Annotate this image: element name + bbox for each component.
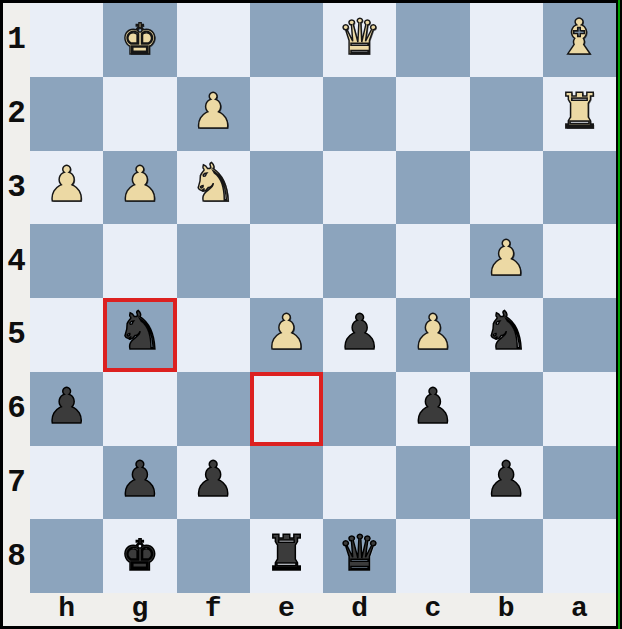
square-g2[interactable] (103, 77, 176, 151)
square-c2[interactable] (396, 77, 469, 151)
square-a4[interactable] (543, 224, 616, 298)
file-label-h: h (30, 593, 103, 626)
square-c7[interactable] (396, 446, 469, 520)
rank-label-3: 3 (3, 151, 30, 225)
square-h4[interactable] (30, 224, 103, 298)
square-b1[interactable] (470, 3, 543, 77)
rank-label-1: 1 (3, 3, 30, 77)
file-label-b: b (470, 593, 543, 626)
white-pawn-piece: ♟ (122, 155, 158, 215)
square-a5[interactable] (543, 298, 616, 372)
white-pawn-piece: ♟ (488, 229, 524, 289)
square-a3[interactable] (543, 151, 616, 225)
square-h3[interactable]: ♟ (30, 151, 103, 225)
black-king-piece: ♚ (122, 524, 158, 584)
square-f8[interactable] (177, 519, 250, 593)
square-e7[interactable] (250, 446, 323, 520)
square-h5[interactable] (30, 298, 103, 372)
chess-board: 1♚♛♝2♟♜3♟♟♞4♟5♞♟♟♟♞6♟♟7♟♟♟8♚♜♛hgfedcba (3, 3, 616, 626)
file-label-e: e (250, 593, 323, 626)
square-e8[interactable]: ♜ (250, 519, 323, 593)
square-h2[interactable] (30, 77, 103, 151)
rank-label-2: 2 (3, 77, 30, 151)
file-label-d: d (323, 593, 396, 626)
black-knight-piece: ♞ (488, 303, 524, 363)
square-b2[interactable] (470, 77, 543, 151)
square-g6[interactable] (103, 372, 176, 446)
rank-label-7: 7 (3, 446, 30, 520)
square-a6[interactable] (543, 372, 616, 446)
file-label-g: g (103, 593, 176, 626)
square-h8[interactable] (30, 519, 103, 593)
square-d1[interactable]: ♛ (323, 3, 396, 77)
white-rook-piece: ♜ (561, 82, 597, 142)
white-king-piece: ♚ (122, 8, 158, 68)
black-rook-piece: ♜ (268, 524, 304, 584)
square-c5[interactable]: ♟ (396, 298, 469, 372)
square-c3[interactable] (396, 151, 469, 225)
black-pawn-piece: ♟ (49, 377, 85, 437)
square-f3[interactable]: ♞ (177, 151, 250, 225)
square-f6[interactable] (177, 372, 250, 446)
square-g4[interactable] (103, 224, 176, 298)
square-b6[interactable] (470, 372, 543, 446)
square-e3[interactable] (250, 151, 323, 225)
rank-label-8: 8 (3, 519, 30, 593)
square-d5[interactable]: ♟ (323, 298, 396, 372)
square-c8[interactable] (396, 519, 469, 593)
white-pawn-piece: ♟ (49, 155, 85, 215)
square-a7[interactable] (543, 446, 616, 520)
square-f4[interactable] (177, 224, 250, 298)
square-e2[interactable] (250, 77, 323, 151)
rank-label-6: 6 (3, 372, 30, 446)
black-pawn-piece: ♟ (415, 377, 451, 437)
square-f5[interactable] (177, 298, 250, 372)
square-c4[interactable] (396, 224, 469, 298)
square-b4[interactable]: ♟ (470, 224, 543, 298)
square-b5[interactable]: ♞ (470, 298, 543, 372)
square-f1[interactable] (177, 3, 250, 77)
black-pawn-piece: ♟ (122, 450, 158, 510)
square-d3[interactable] (323, 151, 396, 225)
black-knight-piece: ♞ (122, 303, 158, 363)
square-d7[interactable] (323, 446, 396, 520)
square-g8[interactable]: ♚ (103, 519, 176, 593)
square-a8[interactable] (543, 519, 616, 593)
white-pawn-piece: ♟ (195, 82, 231, 142)
black-queen-piece: ♛ (342, 524, 378, 584)
black-pawn-piece: ♟ (488, 450, 524, 510)
square-e5[interactable]: ♟ (250, 298, 323, 372)
square-d2[interactable] (323, 77, 396, 151)
square-e1[interactable] (250, 3, 323, 77)
square-d6[interactable] (323, 372, 396, 446)
square-e4[interactable] (250, 224, 323, 298)
black-pawn-piece: ♟ (342, 303, 378, 363)
square-g5[interactable]: ♞ (103, 298, 176, 372)
square-a2[interactable]: ♜ (543, 77, 616, 151)
square-a1[interactable]: ♝ (543, 3, 616, 77)
square-c6[interactable]: ♟ (396, 372, 469, 446)
file-label-a: a (543, 593, 616, 626)
square-g7[interactable]: ♟ (103, 446, 176, 520)
square-f2[interactable]: ♟ (177, 77, 250, 151)
white-knight-piece: ♞ (195, 155, 231, 215)
white-bishop-piece: ♝ (561, 8, 597, 68)
board-corner-spacer (3, 593, 30, 626)
rank-label-5: 5 (3, 298, 30, 372)
file-label-f: f (177, 593, 250, 626)
square-h1[interactable] (30, 3, 103, 77)
square-d8[interactable]: ♛ (323, 519, 396, 593)
square-g1[interactable]: ♚ (103, 3, 176, 77)
chess-app-window: 1♚♛♝2♟♜3♟♟♞4♟5♞♟♟♟♞6♟♟7♟♟♟8♚♜♛hgfedcba (0, 0, 622, 629)
white-queen-piece: ♛ (342, 8, 378, 68)
square-f7[interactable]: ♟ (177, 446, 250, 520)
square-d4[interactable] (323, 224, 396, 298)
white-pawn-piece: ♟ (415, 303, 451, 363)
square-g3[interactable]: ♟ (103, 151, 176, 225)
square-h6[interactable]: ♟ (30, 372, 103, 446)
screen-edge-artifact (618, 0, 620, 629)
square-e6[interactable] (250, 372, 323, 446)
square-b7[interactable]: ♟ (470, 446, 543, 520)
square-b8[interactable] (470, 519, 543, 593)
square-h7[interactable] (30, 446, 103, 520)
square-c1[interactable] (396, 3, 469, 77)
rank-label-4: 4 (3, 224, 30, 298)
square-b3[interactable] (470, 151, 543, 225)
white-pawn-piece: ♟ (268, 303, 304, 363)
black-pawn-piece: ♟ (195, 450, 231, 510)
file-label-c: c (396, 593, 469, 626)
